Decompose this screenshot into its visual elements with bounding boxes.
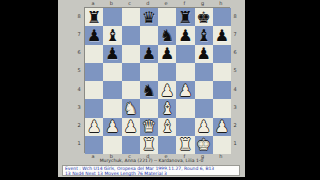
black-knight-icon: ♞ bbox=[160, 27, 174, 44]
white-pawn-icon: ♟ bbox=[215, 118, 229, 135]
square-f2[interactable] bbox=[176, 118, 194, 136]
board-frame: abcdefgh 87654321 ♜♛♜♚♟♝♞♟♝♟♟♟♟♟♞♟♟♞♝♟♟♟… bbox=[74, 0, 240, 160]
black-pawn-icon: ♟ bbox=[215, 27, 229, 44]
black-pawn-icon: ♟ bbox=[178, 27, 192, 44]
square-g1[interactable]: ♚ bbox=[195, 136, 213, 154]
rank-label-8: 8 bbox=[230, 7, 240, 25]
square-a5[interactable] bbox=[85, 63, 103, 81]
square-d2[interactable]: ♛ bbox=[140, 118, 158, 136]
chess-app-window: abcdefgh 87654321 ♜♛♜♚♟♝♞♟♝♟♟♟♟♟♞♟♟♞♝♟♟♟… bbox=[58, 0, 245, 177]
square-b1[interactable] bbox=[103, 136, 121, 154]
rank-label-4: 4 bbox=[230, 80, 240, 98]
square-h6[interactable] bbox=[213, 45, 231, 63]
rank-label-3: 3 bbox=[230, 98, 240, 116]
square-h5[interactable] bbox=[213, 63, 231, 81]
white-pawn-icon: ♟ bbox=[87, 118, 101, 135]
square-d7[interactable] bbox=[140, 26, 158, 44]
file-label-h: h bbox=[212, 0, 230, 7]
square-g3[interactable] bbox=[195, 99, 213, 117]
square-b2[interactable]: ♟ bbox=[103, 118, 121, 136]
black-king-icon: ♚ bbox=[196, 9, 210, 26]
square-f7[interactable]: ♟ bbox=[176, 26, 194, 44]
black-bishop-icon: ♝ bbox=[196, 27, 210, 44]
rank-label-8: 8 bbox=[74, 7, 84, 25]
white-pawn-icon: ♟ bbox=[178, 82, 192, 99]
square-h4[interactable] bbox=[213, 81, 231, 99]
file-label-g: g bbox=[194, 0, 212, 7]
square-h8[interactable] bbox=[213, 8, 231, 26]
rank-label-2: 2 bbox=[74, 117, 84, 135]
square-b4[interactable] bbox=[103, 81, 121, 99]
square-g6[interactable]: ♟ bbox=[195, 45, 213, 63]
square-c5[interactable] bbox=[122, 63, 140, 81]
black-pawn-icon: ♟ bbox=[142, 45, 156, 62]
square-g2[interactable]: ♟ bbox=[195, 118, 213, 136]
move-status-line: 13 Nxd4 Next 13 Moves Length 76 Material… bbox=[65, 171, 237, 176]
square-b7[interactable]: ♝ bbox=[103, 26, 121, 44]
black-pawn-icon: ♟ bbox=[160, 45, 174, 62]
square-a4[interactable] bbox=[85, 81, 103, 99]
square-c3[interactable]: ♞ bbox=[122, 99, 140, 117]
square-c6[interactable] bbox=[122, 45, 140, 63]
black-rook-icon: ♜ bbox=[178, 9, 192, 26]
square-c1[interactable] bbox=[122, 136, 140, 154]
rank-label-2: 2 bbox=[230, 117, 240, 135]
square-d4[interactable]: ♞ bbox=[140, 81, 158, 99]
file-label-e: e bbox=[157, 0, 175, 7]
black-bishop-icon: ♝ bbox=[105, 27, 119, 44]
white-pawn-icon: ♟ bbox=[105, 118, 119, 135]
rank-label-1: 1 bbox=[230, 135, 240, 153]
square-h1[interactable] bbox=[213, 136, 231, 154]
square-f6[interactable] bbox=[176, 45, 194, 63]
white-knight-icon: ♞ bbox=[123, 100, 137, 117]
square-a8[interactable]: ♜ bbox=[85, 8, 103, 26]
square-h2[interactable]: ♟ bbox=[213, 118, 231, 136]
white-king-icon: ♚ bbox=[196, 136, 210, 153]
black-knight-icon: ♞ bbox=[142, 82, 156, 99]
square-d5[interactable] bbox=[140, 63, 158, 81]
white-queen-icon: ♛ bbox=[142, 118, 156, 135]
white-bishop-icon: ♝ bbox=[160, 100, 174, 117]
file-label-c: c bbox=[121, 0, 139, 7]
square-a3[interactable] bbox=[85, 99, 103, 117]
square-g4[interactable] bbox=[195, 81, 213, 99]
chess-board: ♜♛♜♚♟♝♞♟♝♟♟♟♟♟♞♟♟♞♝♟♟♟♛♝♟♟♜♜♚ bbox=[84, 7, 230, 153]
square-e8[interactable] bbox=[158, 8, 176, 26]
square-b8[interactable] bbox=[103, 8, 121, 26]
square-b5[interactable] bbox=[103, 63, 121, 81]
square-e4[interactable]: ♟ bbox=[158, 81, 176, 99]
white-pawn-icon: ♟ bbox=[160, 82, 174, 99]
square-c2[interactable]: ♟ bbox=[122, 118, 140, 136]
square-a1[interactable] bbox=[85, 136, 103, 154]
square-c7[interactable] bbox=[122, 26, 140, 44]
rank-labels-left: 87654321 bbox=[74, 7, 84, 153]
square-e6[interactable]: ♟ bbox=[158, 45, 176, 63]
black-pawn-icon: ♟ bbox=[105, 45, 119, 62]
square-c4[interactable] bbox=[122, 81, 140, 99]
square-a7[interactable]: ♟ bbox=[85, 26, 103, 44]
video-frame: { "game": "chess", "position": { "fen": … bbox=[0, 0, 320, 180]
square-g5[interactable] bbox=[195, 63, 213, 81]
square-f8[interactable]: ♜ bbox=[176, 8, 194, 26]
file-label-f: f bbox=[175, 0, 193, 7]
black-rook-icon: ♜ bbox=[87, 9, 101, 26]
square-d1[interactable]: ♜ bbox=[140, 136, 158, 154]
file-label-d: d bbox=[139, 0, 157, 7]
white-rook-icon: ♜ bbox=[178, 136, 192, 153]
black-queen-icon: ♛ bbox=[142, 9, 156, 26]
square-h7[interactable]: ♟ bbox=[213, 26, 231, 44]
frame-corner bbox=[230, 0, 240, 7]
square-b6[interactable]: ♟ bbox=[103, 45, 121, 63]
rank-label-5: 5 bbox=[230, 62, 240, 80]
square-g7[interactable]: ♝ bbox=[195, 26, 213, 44]
square-g8[interactable]: ♚ bbox=[195, 8, 213, 26]
rank-label-4: 4 bbox=[74, 80, 84, 98]
square-e1[interactable] bbox=[158, 136, 176, 154]
file-label-b: b bbox=[102, 0, 120, 7]
square-a2[interactable]: ♟ bbox=[85, 118, 103, 136]
file-label-a: a bbox=[84, 0, 102, 7]
square-d8[interactable]: ♛ bbox=[140, 8, 158, 26]
square-d6[interactable]: ♟ bbox=[140, 45, 158, 63]
white-bishop-icon: ♝ bbox=[160, 118, 174, 135]
white-pawn-icon: ♟ bbox=[196, 118, 210, 135]
rank-label-6: 6 bbox=[230, 44, 240, 62]
rank-label-3: 3 bbox=[74, 98, 84, 116]
game-info-panel: Event : Wch U14 Girls, Oropesa del Mar 1… bbox=[62, 165, 240, 176]
rank-labels-right: 87654321 bbox=[230, 7, 240, 153]
rank-label-7: 7 bbox=[74, 25, 84, 43]
square-b3[interactable] bbox=[103, 99, 121, 117]
rank-label-5: 5 bbox=[74, 62, 84, 80]
square-f5[interactable] bbox=[176, 63, 194, 81]
file-labels-top: abcdefgh bbox=[84, 0, 230, 7]
frame-corner bbox=[74, 0, 84, 7]
square-h3[interactable] bbox=[213, 99, 231, 117]
square-f3[interactable] bbox=[176, 99, 194, 117]
square-e5[interactable] bbox=[158, 63, 176, 81]
rank-label-7: 7 bbox=[230, 25, 240, 43]
black-pawn-icon: ♟ bbox=[196, 45, 210, 62]
square-f1[interactable]: ♜ bbox=[176, 136, 194, 154]
square-e7[interactable]: ♞ bbox=[158, 26, 176, 44]
square-f4[interactable]: ♟ bbox=[176, 81, 194, 99]
square-e3[interactable]: ♝ bbox=[158, 99, 176, 117]
players-result-line: Murychuk, Anna (2217) -- Kardanova, Lili… bbox=[58, 158, 245, 164]
white-rook-icon: ♜ bbox=[142, 136, 156, 153]
square-c8[interactable] bbox=[122, 8, 140, 26]
square-d3[interactable] bbox=[140, 99, 158, 117]
rank-label-6: 6 bbox=[74, 44, 84, 62]
square-e2[interactable]: ♝ bbox=[158, 118, 176, 136]
white-pawn-icon: ♟ bbox=[123, 118, 137, 135]
black-pawn-icon: ♟ bbox=[87, 27, 101, 44]
rank-label-1: 1 bbox=[74, 135, 84, 153]
square-a6[interactable] bbox=[85, 45, 103, 63]
